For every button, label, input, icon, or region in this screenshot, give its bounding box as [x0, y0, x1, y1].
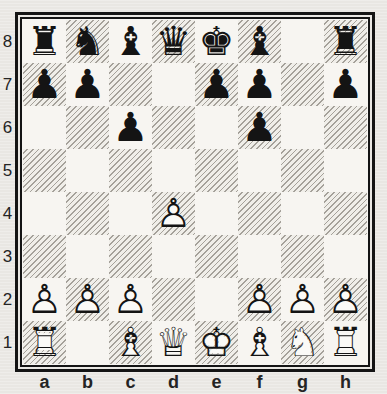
- white-pawn: ♟♙: [238, 278, 281, 321]
- rank-label-7: 7: [0, 63, 15, 106]
- square-a4[interactable]: [23, 192, 66, 235]
- white-pawn-outline: ♙: [238, 278, 281, 321]
- square-g6[interactable]: [281, 106, 324, 149]
- file-label-f: f: [238, 372, 281, 393]
- file-label-c: c: [109, 372, 152, 393]
- square-b1[interactable]: [66, 321, 109, 364]
- black-bishop: ♝: [238, 20, 281, 63]
- white-rook: ♜♖: [23, 321, 66, 364]
- black-pawn: ♟: [109, 106, 152, 149]
- black-rook: ♜: [324, 20, 367, 63]
- white-king-outline: ♔: [195, 321, 238, 364]
- square-d7[interactable]: [152, 63, 195, 106]
- square-c6[interactable]: ♟: [109, 106, 152, 149]
- board-frame: ♜♞♝♛♚♝♜♟♟♟♟♟♟♟♟♙♟♙♟♙♟♙♟♙♟♙♟♙♜♖♝♗♛♕♚♔♝♗♞♘…: [15, 12, 375, 372]
- square-f4[interactable]: [238, 192, 281, 235]
- square-h1[interactable]: ♜♖: [324, 321, 367, 364]
- square-h3[interactable]: [324, 235, 367, 278]
- white-knight-outline: ♘: [281, 321, 324, 364]
- black-pawn: ♟: [238, 106, 281, 149]
- square-f1[interactable]: ♝♗: [238, 321, 281, 364]
- white-pawn-outline: ♙: [66, 278, 109, 321]
- square-a5[interactable]: [23, 149, 66, 192]
- square-c2[interactable]: ♟♙: [109, 278, 152, 321]
- square-e2[interactable]: [195, 278, 238, 321]
- white-bishop: ♝♗: [238, 321, 281, 364]
- square-a7[interactable]: ♟: [23, 63, 66, 106]
- square-h7[interactable]: ♟: [324, 63, 367, 106]
- square-g1[interactable]: ♞♘: [281, 321, 324, 364]
- square-e3[interactable]: [195, 235, 238, 278]
- white-rook-outline: ♖: [324, 321, 367, 364]
- square-a6[interactable]: [23, 106, 66, 149]
- square-d1[interactable]: ♛♕: [152, 321, 195, 364]
- square-b3[interactable]: [66, 235, 109, 278]
- white-pawn: ♟♙: [66, 278, 109, 321]
- black-pawn: ♟: [23, 63, 66, 106]
- white-pawn: ♟♙: [324, 278, 367, 321]
- file-labels: abcdefgh: [23, 372, 367, 393]
- white-queen: ♛♕: [152, 321, 195, 364]
- square-b4[interactable]: [66, 192, 109, 235]
- white-bishop-outline: ♗: [109, 321, 152, 364]
- white-pawn-outline: ♙: [109, 278, 152, 321]
- white-bishop-outline: ♗: [238, 321, 281, 364]
- file-label-h: h: [324, 372, 367, 393]
- white-king: ♚♔: [195, 321, 238, 364]
- square-a1[interactable]: ♜♖: [23, 321, 66, 364]
- square-g3[interactable]: [281, 235, 324, 278]
- black-pawn: ♟: [238, 63, 281, 106]
- square-b2[interactable]: ♟♙: [66, 278, 109, 321]
- white-pawn: ♟♙: [23, 278, 66, 321]
- square-h4[interactable]: [324, 192, 367, 235]
- rank-label-5: 5: [0, 149, 15, 192]
- black-bishop: ♝: [109, 20, 152, 63]
- black-pawn: ♟: [324, 63, 367, 106]
- square-c7[interactable]: [109, 63, 152, 106]
- rank-label-1: 1: [0, 321, 15, 364]
- white-bishop: ♝♗: [109, 321, 152, 364]
- file-label-e: e: [195, 372, 238, 393]
- square-h2[interactable]: ♟♙: [324, 278, 367, 321]
- square-g4[interactable]: [281, 192, 324, 235]
- square-e5[interactable]: [195, 149, 238, 192]
- square-a3[interactable]: [23, 235, 66, 278]
- square-g7[interactable]: [281, 63, 324, 106]
- white-queen-outline: ♕: [152, 321, 195, 364]
- square-b6[interactable]: [66, 106, 109, 149]
- file-label-a: a: [23, 372, 66, 393]
- white-pawn: ♟♙: [281, 278, 324, 321]
- square-d5[interactable]: [152, 149, 195, 192]
- white-pawn-outline: ♙: [281, 278, 324, 321]
- black-queen: ♛: [152, 20, 195, 63]
- square-c3[interactable]: [109, 235, 152, 278]
- square-d3[interactable]: [152, 235, 195, 278]
- white-pawn-outline: ♙: [324, 278, 367, 321]
- square-a8[interactable]: ♜: [23, 20, 66, 63]
- square-e1[interactable]: ♚♔: [195, 321, 238, 364]
- white-knight: ♞♘: [281, 321, 324, 364]
- square-c5[interactable]: [109, 149, 152, 192]
- board-inner-border: ♜♞♝♛♚♝♜♟♟♟♟♟♟♟♟♙♟♙♟♙♟♙♟♙♟♙♟♙♜♖♝♗♛♕♚♔♝♗♞♘…: [20, 17, 370, 367]
- square-b7[interactable]: ♟: [66, 63, 109, 106]
- file-label-d: d: [152, 372, 195, 393]
- rank-label-2: 2: [0, 278, 15, 321]
- rank-label-6: 6: [0, 106, 15, 149]
- black-pawn: ♟: [195, 63, 238, 106]
- square-f2[interactable]: ♟♙: [238, 278, 281, 321]
- square-f3[interactable]: [238, 235, 281, 278]
- square-g5[interactable]: [281, 149, 324, 192]
- square-h6[interactable]: [324, 106, 367, 149]
- square-d6[interactable]: [152, 106, 195, 149]
- rank-labels: 87654321: [0, 20, 15, 364]
- black-pawn: ♟: [66, 63, 109, 106]
- square-c1[interactable]: ♝♗: [109, 321, 152, 364]
- square-h5[interactable]: [324, 149, 367, 192]
- square-h8[interactable]: ♜: [324, 20, 367, 63]
- square-f8[interactable]: ♝: [238, 20, 281, 63]
- white-pawn: ♟♙: [152, 192, 195, 235]
- square-a2[interactable]: ♟♙: [23, 278, 66, 321]
- black-rook: ♜: [23, 20, 66, 63]
- square-c8[interactable]: ♝: [109, 20, 152, 63]
- square-e8[interactable]: ♚: [195, 20, 238, 63]
- black-king: ♚: [195, 20, 238, 63]
- square-b8[interactable]: ♞: [66, 20, 109, 63]
- square-b5[interactable]: [66, 149, 109, 192]
- square-g8[interactable]: [281, 20, 324, 63]
- black-knight: ♞: [66, 20, 109, 63]
- square-e6[interactable]: [195, 106, 238, 149]
- square-d8[interactable]: ♛: [152, 20, 195, 63]
- white-pawn-outline: ♙: [152, 192, 195, 235]
- chess-board: ♜♞♝♛♚♝♜♟♟♟♟♟♟♟♟♙♟♙♟♙♟♙♟♙♟♙♟♙♜♖♝♗♛♕♚♔♝♗♞♘…: [23, 20, 367, 364]
- square-c4[interactable]: [109, 192, 152, 235]
- white-rook: ♜♖: [324, 321, 367, 364]
- square-f5[interactable]: [238, 149, 281, 192]
- white-pawn: ♟♙: [109, 278, 152, 321]
- square-d4[interactable]: ♟♙: [152, 192, 195, 235]
- square-d2[interactable]: [152, 278, 195, 321]
- rank-label-3: 3: [0, 235, 15, 278]
- square-e7[interactable]: ♟: [195, 63, 238, 106]
- white-rook-outline: ♖: [23, 321, 66, 364]
- square-f7[interactable]: ♟: [238, 63, 281, 106]
- white-pawn-outline: ♙: [23, 278, 66, 321]
- square-e4[interactable]: [195, 192, 238, 235]
- rank-label-4: 4: [0, 192, 15, 235]
- rank-label-8: 8: [0, 20, 15, 63]
- square-g2[interactable]: ♟♙: [281, 278, 324, 321]
- square-f6[interactable]: ♟: [238, 106, 281, 149]
- file-label-g: g: [281, 372, 324, 393]
- file-label-b: b: [66, 372, 109, 393]
- chess-diagram: 87654321 ♜♞♝♛♚♝♜♟♟♟♟♟♟♟♟♙♟♙♟♙♟♙♟♙♟♙♟♙♜♖♝…: [0, 0, 387, 394]
